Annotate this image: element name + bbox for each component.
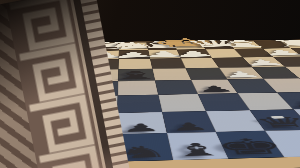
- piece-black-pawn[interactable]: ♟: [194, 84, 237, 93]
- piece-white-pawn[interactable]: ♟: [219, 70, 266, 79]
- square-f3[interactable]: [150, 58, 186, 69]
- piece-black-king[interactable]: ♚: [211, 135, 291, 158]
- square-g5[interactable]: [118, 81, 158, 96]
- square-g4[interactable]: ♝: [118, 69, 155, 81]
- square-e8[interactable]: ♚: [216, 131, 284, 159]
- piece-black-pawn[interactable]: ♟: [121, 122, 161, 134]
- square-f5[interactable]: [155, 80, 198, 95]
- piece-white-pawn[interactable]: ♟: [239, 58, 291, 67]
- square-e2[interactable]: ♟: [177, 49, 212, 58]
- square-g7[interactable]: ♟: [117, 112, 167, 134]
- piece-white-pawn[interactable]: ♟: [170, 50, 220, 59]
- square-g6[interactable]: [117, 95, 162, 113]
- square-e6[interactable]: [198, 93, 250, 111]
- piece-black-pawn[interactable]: ♟: [169, 121, 211, 133]
- chess-photo-scene: ♜♞♝♚♛♝♜♟♟♟♟♟♟♟♞♝♟♟♟♟♟♟♛♞♟♟♜♞♝♚♜: [0, 0, 300, 168]
- square-d4[interactable]: ♟: [219, 67, 263, 79]
- piece-black-bishop[interactable]: ♝: [108, 69, 165, 81]
- square-d7[interactable]: ♛: [250, 109, 300, 131]
- square-c3[interactable]: ♟: [242, 57, 284, 67]
